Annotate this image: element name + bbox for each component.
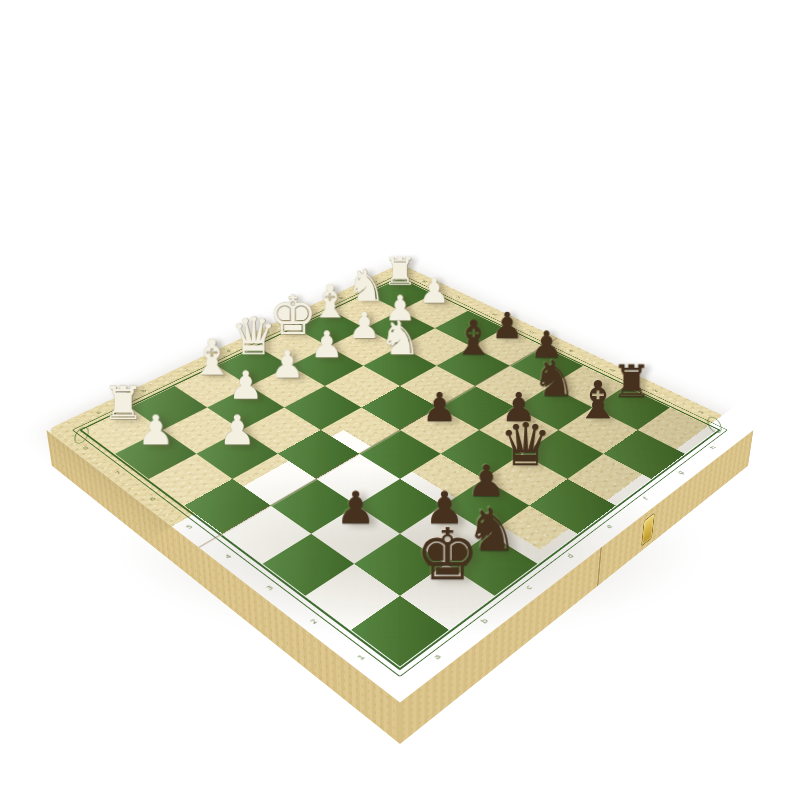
rank-label-left-6: 6 xyxy=(147,495,160,503)
file-label-near-f: f xyxy=(640,495,653,503)
file-label-near-e: e xyxy=(603,523,616,532)
white-pawn[interactable]: ♟ xyxy=(111,365,201,453)
file-label-near-a: a xyxy=(430,652,445,663)
file-label-near-h: h xyxy=(708,444,720,451)
clasp-latch[interactable] xyxy=(641,512,655,546)
rank-label-left-4: 4 xyxy=(222,552,236,561)
rank-label-left-5: 5 xyxy=(183,523,197,532)
rank-label-left-1: 1 xyxy=(354,652,369,663)
file-label-near-d: d xyxy=(564,552,578,561)
dark-king[interactable]: ♚ xyxy=(395,493,500,596)
file-label-near-b: b xyxy=(478,616,493,627)
chess-product-scene: ♜♝♛♚♝♞♜♟♟♟♟♟♟♟♟♞♝♟♟♟♟♟♞♟♟♛♝♜♚♞ 887766554… xyxy=(0,0,800,800)
rank-label-left-3: 3 xyxy=(263,584,277,594)
file-label-near-c: c xyxy=(522,583,536,593)
rank-label-left-7: 7 xyxy=(112,469,125,477)
white-pawn[interactable]: ♟ xyxy=(192,365,282,453)
file-label-near-g: g xyxy=(675,469,687,477)
fold-seam-edge xyxy=(597,547,602,587)
rank-label-left-8: 8 xyxy=(80,445,93,452)
dark-pawn[interactable]: ♟ xyxy=(306,437,405,533)
rank-label-left-2: 2 xyxy=(307,617,322,628)
square-a1[interactable] xyxy=(351,596,449,667)
